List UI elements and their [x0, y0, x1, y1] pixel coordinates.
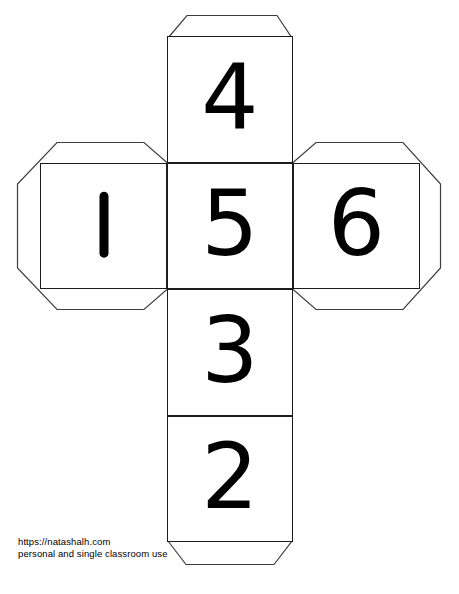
dice-template-page: 4 1 5 6 3 2 https://natashalh.com person…	[0, 0, 459, 594]
face-digit: 3	[201, 306, 258, 396]
face-digit: 5	[201, 179, 258, 269]
footer-url: https://natashalh.com	[18, 536, 168, 548]
face-digit: 6	[328, 179, 385, 269]
footer-credit: https://natashalh.com personal and singl…	[18, 536, 168, 559]
glue-tab-bottom	[168, 541, 292, 565]
die-face-4: 4	[167, 36, 293, 163]
die-face-2: 2	[167, 416, 293, 542]
die-face-1: 1	[40, 163, 167, 289]
face-digit: 2	[201, 432, 258, 522]
die-face-3: 3	[167, 289, 293, 416]
face-digit: 4	[201, 53, 258, 143]
die-face-6: 6	[293, 163, 420, 289]
cube-net-grid: 4 1 5 6 3 2	[40, 36, 420, 542]
footer-license: personal and single classroom use	[18, 548, 168, 560]
glue-tab-top	[168, 16, 292, 39]
die-face-5: 5	[167, 163, 293, 289]
